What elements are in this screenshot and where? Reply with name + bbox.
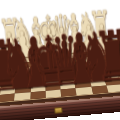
board-square: ♜ (106, 84, 120, 92)
black-rook: ♜ (92, 21, 120, 93)
tilted-scene: ♜♞♝♚♛♝♞♜♟♟♟♟♟♟♟♟♟♟♟♟♟♟♟♟♜♞♝♚♛♝♞♜ (0, 0, 120, 120)
brass-clasp (54, 107, 62, 114)
chess-set-photo: ♜♞♝♚♛♝♞♜♟♟♟♟♟♟♟♟♟♟♟♟♟♟♟♟♜♞♝♚♛♝♞♜ (0, 0, 120, 120)
chess-board: ♜♞♝♚♛♝♞♜♟♟♟♟♟♟♟♟♟♟♟♟♟♟♟♟♜♞♝♚♛♝♞♜ (0, 45, 120, 103)
